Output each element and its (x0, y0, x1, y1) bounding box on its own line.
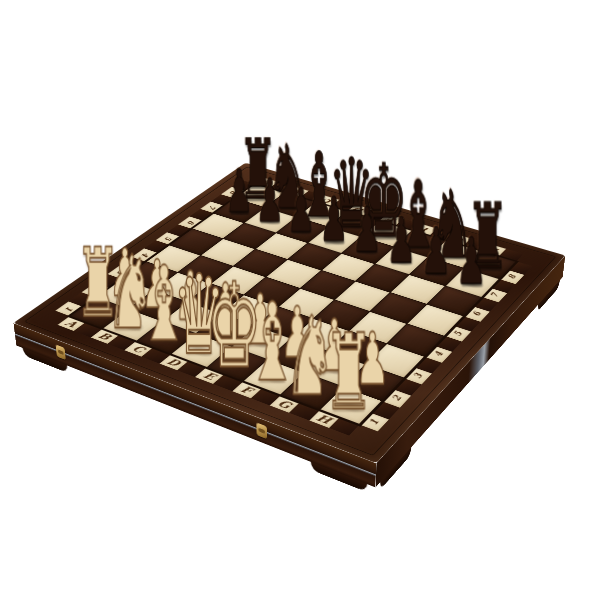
coordinate-cell: F (232, 381, 262, 398)
coordinate-label: 6 (471, 311, 483, 317)
coordinate-cell: G (270, 395, 300, 413)
board-foot (311, 462, 367, 493)
black-pawn: ♟ (426, 232, 516, 284)
brass-clasp (56, 344, 66, 360)
product-photo-stage: ABCDEFGH ABCDEFGH 87654321 87654321 ♜♞♝♛… (0, 0, 600, 600)
coordinate-label: F (238, 384, 255, 395)
coordinate-label: E (201, 370, 218, 380)
coordinate-cell: A (57, 316, 85, 331)
board-scene: ABCDEFGH ABCDEFGH 87654321 87654321 ♜♞♝♛… (100, 88, 500, 488)
brass-clasp (256, 422, 267, 439)
coordinate-spacer (329, 417, 360, 435)
coordinate-label: C (130, 344, 147, 354)
square-h1: ♜ (320, 387, 381, 424)
coordinate-label: 7 (489, 292, 501, 298)
coordinate-label: A (63, 319, 80, 328)
coordinate-label: G (276, 398, 295, 409)
coordinate-label: 5 (162, 236, 174, 241)
coordinate-spacer (167, 224, 192, 236)
coordinate-label: 1 (367, 418, 381, 426)
coordinate-label: H (314, 413, 334, 425)
board-foot (380, 447, 412, 490)
coordinate-label: B (96, 331, 114, 341)
coordinate-label: 6 (185, 220, 196, 225)
coordinate-cell: 5 (445, 326, 472, 342)
coordinate-label: 4 (432, 351, 445, 358)
coordinate-cell: H (309, 410, 340, 428)
white-rook: ♜ (298, 323, 400, 407)
coordinate-label: 5 (452, 330, 465, 337)
coordinate-cell: 1 (360, 413, 390, 432)
coordinate-cell: B (90, 328, 119, 343)
